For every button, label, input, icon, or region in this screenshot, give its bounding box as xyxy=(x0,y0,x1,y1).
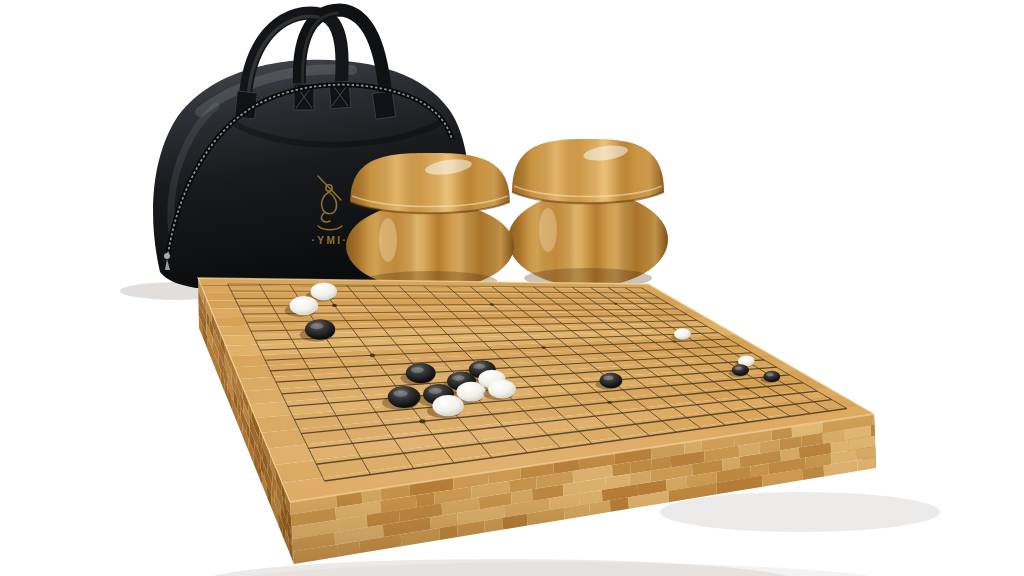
star-point xyxy=(490,303,494,306)
corner-shadow xyxy=(660,492,940,532)
bowl-lid-grain xyxy=(512,139,664,203)
stone-bowls xyxy=(346,139,668,291)
star-point xyxy=(614,303,617,305)
stone-highlight xyxy=(473,364,485,369)
black-stone xyxy=(732,364,749,376)
bowl-body-highlight xyxy=(539,208,557,252)
star-point xyxy=(673,341,676,343)
star-point xyxy=(542,346,546,349)
bag-logo-text: ·YMI· xyxy=(312,235,349,246)
stone-highlight xyxy=(735,367,743,370)
white-stone xyxy=(311,282,338,300)
star-point xyxy=(419,419,425,423)
handle-patch xyxy=(372,91,395,120)
black-stone xyxy=(388,386,421,408)
stone-highlight xyxy=(411,367,424,373)
stone-highlight xyxy=(604,376,614,380)
white-stone xyxy=(457,382,486,402)
white-stone xyxy=(674,328,691,339)
black-stone xyxy=(406,363,436,383)
black-stone xyxy=(305,319,335,339)
star-point xyxy=(607,401,612,404)
stone-highlight xyxy=(393,390,407,396)
bowl-body-highlight xyxy=(379,218,397,262)
product-photo: ·YMI· xyxy=(0,0,1024,576)
white-stone xyxy=(432,395,463,416)
star-point xyxy=(745,387,748,389)
go-set-scene: ·YMI· xyxy=(0,0,1024,576)
white-stone xyxy=(488,380,516,399)
white-stone xyxy=(290,296,319,315)
star-point xyxy=(332,304,337,307)
star-point xyxy=(370,354,376,358)
stone-highlight xyxy=(452,375,465,381)
stone-highlight xyxy=(310,323,323,329)
black-stone xyxy=(600,373,623,388)
bowl-lid-grain xyxy=(350,153,510,213)
go-bowl-right xyxy=(508,139,668,288)
black-stone xyxy=(763,371,780,382)
zipper-pull-ring xyxy=(164,253,170,259)
stone-highlight xyxy=(428,388,441,394)
go-bowl-left xyxy=(346,153,514,291)
stone-highlight xyxy=(766,373,773,376)
